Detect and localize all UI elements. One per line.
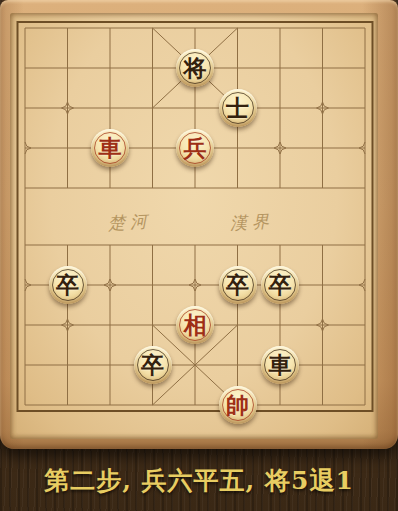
piece-black-general[interactable]: 将	[176, 49, 214, 87]
piece-layer: 将士車兵卒卒卒相卒車帥	[4, 8, 387, 425]
piece-red-general[interactable]: 帥	[219, 386, 257, 424]
piece-black-soldier[interactable]: 卒	[261, 266, 299, 304]
piece-glyph: 車	[99, 136, 122, 159]
piece-glyph: 車	[269, 353, 292, 376]
piece-red-elephant[interactable]: 相	[176, 306, 214, 344]
piece-glyph: 卒	[56, 273, 79, 296]
piece-glyph: 卒	[141, 353, 164, 376]
piece-black-soldier[interactable]: 卒	[49, 266, 87, 304]
piece-glyph: 帥	[226, 393, 249, 416]
piece-glyph: 相	[184, 313, 207, 336]
piece-black-soldier[interactable]: 卒	[134, 346, 172, 384]
piece-glyph: 士	[226, 96, 249, 119]
piece-black-advisor[interactable]: 士	[219, 89, 257, 127]
piece-red-chariot[interactable]: 車	[91, 129, 129, 167]
move-caption: 第二步, 兵六平五, 将5退1	[0, 449, 398, 511]
piece-glyph: 卒	[226, 273, 249, 296]
piece-glyph: 卒	[269, 273, 292, 296]
piece-black-soldier[interactable]: 卒	[219, 266, 257, 304]
piece-glyph: 将	[184, 56, 207, 79]
piece-glyph: 兵	[184, 136, 207, 159]
xiangqi-screen: 楚河漢界 将士車兵卒卒卒相卒車帥 第二步, 兵六平五, 将5退1	[0, 0, 398, 511]
piece-red-soldier[interactable]: 兵	[176, 129, 214, 167]
piece-black-chariot[interactable]: 車	[261, 346, 299, 384]
